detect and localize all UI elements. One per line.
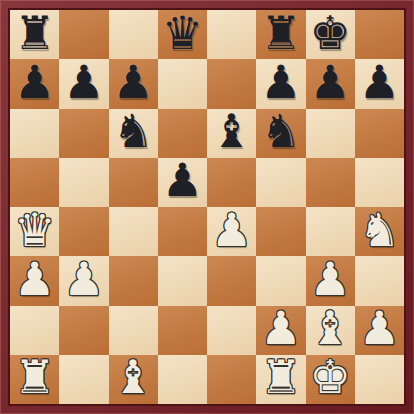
square-b4[interactable]: [59, 207, 108, 256]
square-f2[interactable]: ♟: [256, 306, 305, 355]
square-b7[interactable]: ♟: [59, 59, 108, 108]
piece-black-pawn-h7: ♟: [359, 59, 400, 105]
square-f8[interactable]: ♜: [256, 10, 305, 59]
square-e1[interactable]: [207, 355, 256, 404]
square-h7[interactable]: ♟: [355, 59, 404, 108]
square-g1[interactable]: ♚: [306, 355, 355, 404]
square-e4[interactable]: ♟: [207, 207, 256, 256]
square-c7[interactable]: ♟: [109, 59, 158, 108]
square-g7[interactable]: ♟: [306, 59, 355, 108]
square-b2[interactable]: [59, 306, 108, 355]
square-a4[interactable]: ♛: [10, 207, 59, 256]
square-d6[interactable]: [158, 109, 207, 158]
square-c1[interactable]: ♝: [109, 355, 158, 404]
square-g8[interactable]: ♚: [306, 10, 355, 59]
square-e2[interactable]: [207, 306, 256, 355]
piece-white-bishop-c1: ♝: [113, 354, 154, 400]
piece-white-pawn-b3: ♟: [63, 256, 104, 302]
square-d1[interactable]: [158, 355, 207, 404]
piece-white-pawn-f2: ♟: [260, 305, 301, 351]
piece-white-knight-h4: ♞: [359, 207, 400, 253]
square-g6[interactable]: [306, 109, 355, 158]
square-e7[interactable]: [207, 59, 256, 108]
square-c4[interactable]: [109, 207, 158, 256]
square-h6[interactable]: [355, 109, 404, 158]
square-c8[interactable]: [109, 10, 158, 59]
piece-black-bishop-e6: ♝: [211, 108, 252, 154]
piece-white-rook-a1: ♜: [14, 354, 55, 400]
chess-diagram: ♜♛♜♚♟♟♟♟♟♟♞♝♞♟♛♟♞♟♟♟♟♝♟♜♝♜♚: [0, 0, 414, 414]
square-b6[interactable]: [59, 109, 108, 158]
square-a3[interactable]: ♟: [10, 256, 59, 305]
square-d8[interactable]: ♛: [158, 10, 207, 59]
square-f6[interactable]: ♞: [256, 109, 305, 158]
square-d7[interactable]: [158, 59, 207, 108]
square-b1[interactable]: [59, 355, 108, 404]
square-e3[interactable]: [207, 256, 256, 305]
square-c2[interactable]: [109, 306, 158, 355]
square-d5[interactable]: ♟: [158, 158, 207, 207]
square-h1[interactable]: [355, 355, 404, 404]
piece-white-king-g1: ♚: [310, 354, 351, 400]
square-h8[interactable]: [355, 10, 404, 59]
square-b8[interactable]: [59, 10, 108, 59]
square-f5[interactable]: [256, 158, 305, 207]
square-b5[interactable]: [59, 158, 108, 207]
square-g3[interactable]: ♟: [306, 256, 355, 305]
square-a8[interactable]: ♜: [10, 10, 59, 59]
piece-white-pawn-g3: ♟: [310, 256, 351, 302]
piece-white-pawn-e4: ♟: [211, 207, 252, 253]
piece-black-knight-f6: ♞: [260, 108, 301, 154]
square-c3[interactable]: [109, 256, 158, 305]
piece-black-pawn-c7: ♟: [113, 59, 154, 105]
square-e5[interactable]: [207, 158, 256, 207]
square-a6[interactable]: [10, 109, 59, 158]
square-b3[interactable]: ♟: [59, 256, 108, 305]
square-f1[interactable]: ♜: [256, 355, 305, 404]
piece-white-bishop-g2: ♝: [310, 305, 351, 351]
square-h3[interactable]: [355, 256, 404, 305]
piece-black-pawn-d5: ♟: [162, 157, 203, 203]
piece-black-rook-f8: ♜: [260, 10, 301, 56]
square-d4[interactable]: [158, 207, 207, 256]
piece-black-king-g8: ♚: [310, 10, 351, 56]
chess-board: ♜♛♜♚♟♟♟♟♟♟♞♝♞♟♛♟♞♟♟♟♟♝♟♜♝♜♚: [10, 10, 404, 404]
piece-white-pawn-h2: ♟: [359, 305, 400, 351]
piece-black-pawn-g7: ♟: [310, 59, 351, 105]
square-h4[interactable]: ♞: [355, 207, 404, 256]
square-f3[interactable]: [256, 256, 305, 305]
piece-black-pawn-b7: ♟: [63, 59, 104, 105]
square-a7[interactable]: ♟: [10, 59, 59, 108]
square-f4[interactable]: [256, 207, 305, 256]
piece-white-rook-f1: ♜: [260, 354, 301, 400]
square-d2[interactable]: [158, 306, 207, 355]
square-e8[interactable]: [207, 10, 256, 59]
square-a1[interactable]: ♜: [10, 355, 59, 404]
square-f7[interactable]: ♟: [256, 59, 305, 108]
piece-black-pawn-a7: ♟: [14, 59, 55, 105]
square-g5[interactable]: [306, 158, 355, 207]
piece-white-pawn-a3: ♟: [14, 256, 55, 302]
square-g4[interactable]: [306, 207, 355, 256]
square-c5[interactable]: [109, 158, 158, 207]
piece-black-rook-a8: ♜: [14, 10, 55, 56]
square-a2[interactable]: [10, 306, 59, 355]
square-h2[interactable]: ♟: [355, 306, 404, 355]
piece-white-queen-a4: ♛: [14, 207, 55, 253]
square-g2[interactable]: ♝: [306, 306, 355, 355]
square-e6[interactable]: ♝: [207, 109, 256, 158]
piece-black-queen-d8: ♛: [162, 10, 203, 56]
square-h5[interactable]: [355, 158, 404, 207]
piece-black-pawn-f7: ♟: [260, 59, 301, 105]
square-a5[interactable]: [10, 158, 59, 207]
square-c6[interactable]: ♞: [109, 109, 158, 158]
square-d3[interactable]: [158, 256, 207, 305]
piece-black-knight-c6: ♞: [113, 108, 154, 154]
